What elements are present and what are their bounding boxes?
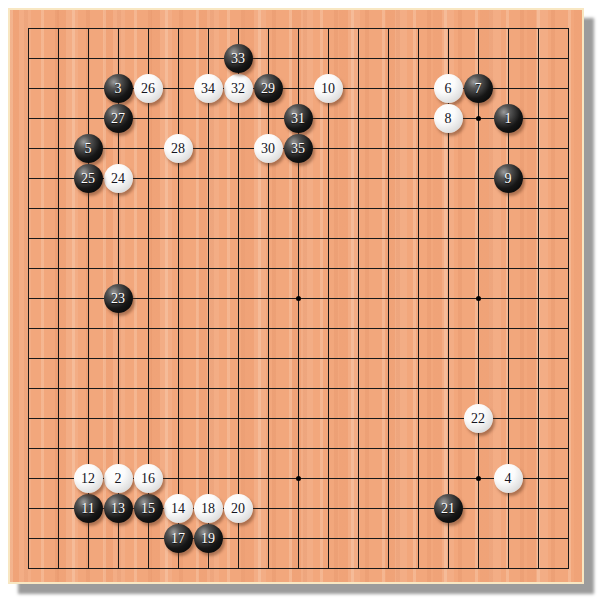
move-number-label: 33 [231, 51, 245, 66]
stone-black-25: 25 [74, 164, 103, 193]
stone-black-31: 31 [284, 104, 313, 133]
stone-black-23: 23 [104, 284, 133, 313]
stone-white-24: 24 [104, 164, 133, 193]
move-number-label: 21 [441, 501, 455, 516]
stone-black-5: 5 [74, 134, 103, 163]
stone-white-12: 12 [74, 464, 103, 493]
move-number-label: 14 [171, 501, 185, 516]
move-number-label: 20 [231, 501, 245, 516]
move-number-label: 12 [81, 471, 95, 486]
stone-black-9: 9 [494, 164, 523, 193]
move-number-label: 8 [445, 111, 452, 126]
stone-black-11: 11 [74, 494, 103, 523]
go-board[interactable]: 1234567891011121314151617181920212223242… [8, 8, 584, 584]
move-number-label: 23 [111, 291, 125, 306]
move-number-label: 9 [505, 171, 512, 186]
stone-white-34: 34 [194, 74, 223, 103]
stone-white-32: 32 [224, 74, 253, 103]
stone-white-2: 2 [104, 464, 133, 493]
stone-white-8: 8 [434, 104, 463, 133]
move-number-label: 5 [85, 141, 92, 156]
move-number-label: 26 [141, 81, 155, 96]
move-number-label: 31 [291, 111, 305, 126]
move-number-label: 25 [81, 171, 95, 186]
move-number-label: 1 [505, 111, 512, 126]
move-number-label: 10 [321, 81, 335, 96]
stone-white-28: 28 [164, 134, 193, 163]
move-number-label: 27 [111, 111, 125, 126]
stone-white-10: 10 [314, 74, 343, 103]
move-number-label: 29 [261, 81, 275, 96]
move-number-label: 24 [111, 171, 125, 186]
page: 1234567891011121314151617181920212223242… [0, 0, 600, 600]
stones-grid: 1234567891011121314151617181920212223242… [13, 13, 583, 583]
stone-white-30: 30 [254, 134, 283, 163]
stone-black-1: 1 [494, 104, 523, 133]
stone-white-4: 4 [494, 464, 523, 493]
move-number-label: 28 [171, 141, 185, 156]
stone-black-29: 29 [254, 74, 283, 103]
move-number-label: 35 [291, 141, 305, 156]
stone-black-7: 7 [464, 74, 493, 103]
stone-black-19: 19 [194, 524, 223, 553]
stone-white-26: 26 [134, 74, 163, 103]
move-number-label: 2 [115, 471, 122, 486]
move-number-label: 4 [505, 471, 512, 486]
stone-black-33: 33 [224, 44, 253, 73]
move-number-label: 30 [261, 141, 275, 156]
stone-white-18: 18 [194, 494, 223, 523]
move-number-label: 11 [81, 501, 94, 516]
move-number-label: 6 [445, 81, 452, 96]
stone-black-17: 17 [164, 524, 193, 553]
stone-black-13: 13 [104, 494, 133, 523]
stone-white-16: 16 [134, 464, 163, 493]
move-number-label: 22 [471, 411, 485, 426]
move-number-label: 7 [475, 81, 482, 96]
stone-black-27: 27 [104, 104, 133, 133]
move-number-label: 3 [115, 81, 122, 96]
move-number-label: 32 [231, 81, 245, 96]
stone-black-15: 15 [134, 494, 163, 523]
move-number-label: 16 [141, 471, 155, 486]
stone-black-3: 3 [104, 74, 133, 103]
move-number-label: 19 [201, 531, 215, 546]
move-number-label: 13 [111, 501, 125, 516]
stone-white-22: 22 [464, 404, 493, 433]
move-number-label: 17 [171, 531, 185, 546]
stone-white-20: 20 [224, 494, 253, 523]
stone-white-6: 6 [434, 74, 463, 103]
move-number-label: 15 [141, 501, 155, 516]
stone-black-35: 35 [284, 134, 313, 163]
move-number-label: 18 [201, 501, 215, 516]
move-number-label: 34 [201, 81, 215, 96]
stone-white-14: 14 [164, 494, 193, 523]
stone-black-21: 21 [434, 494, 463, 523]
